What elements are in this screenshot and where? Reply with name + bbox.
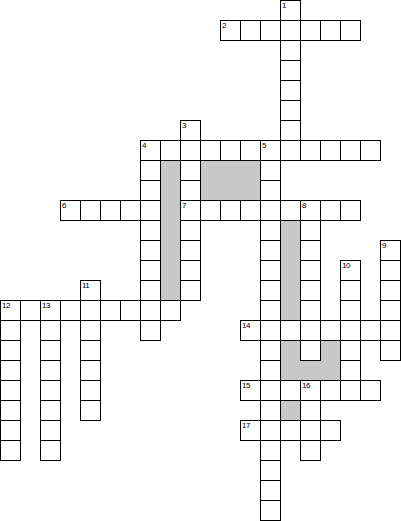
cell-r18c0[interactable] xyxy=(0,360,21,381)
cell-r6c9[interactable]: 3 xyxy=(180,120,201,141)
cell-r20c0[interactable] xyxy=(0,400,21,421)
clue-number-16: 16 xyxy=(302,381,310,390)
cell-r12c9[interactable] xyxy=(180,240,201,261)
cell-r20c13[interactable] xyxy=(260,400,281,421)
cell-r19c2[interactable] xyxy=(40,380,61,401)
cell-r12c13[interactable] xyxy=(260,240,281,261)
cell-r15c3[interactable] xyxy=(60,300,81,321)
cell-r1c17[interactable] xyxy=(340,20,361,41)
cell-r1c15[interactable] xyxy=(300,20,321,41)
cell-r1c16[interactable] xyxy=(320,20,341,41)
blocked-cell-r15c14 xyxy=(280,300,301,321)
cell-r9c7[interactable] xyxy=(140,180,161,201)
cell-r23c13[interactable] xyxy=(260,460,281,481)
cell-r24c13[interactable] xyxy=(260,480,281,501)
cell-r21c12[interactable]: 17 xyxy=(240,420,261,441)
cell-r13c13[interactable] xyxy=(260,260,281,281)
cell-r1c11[interactable]: 2 xyxy=(220,20,241,41)
cell-r10c3[interactable]: 6 xyxy=(60,200,81,221)
clue-number-2: 2 xyxy=(222,21,226,30)
cell-r13c17[interactable]: 10 xyxy=(340,260,361,281)
clue-number-3: 3 xyxy=(182,121,186,130)
cell-r15c7[interactable] xyxy=(140,300,161,321)
cell-r7c7[interactable]: 4 xyxy=(140,140,161,161)
cell-r20c2[interactable] xyxy=(40,400,61,421)
cell-r15c0[interactable]: 12 xyxy=(0,300,21,321)
clue-number-4: 4 xyxy=(142,141,146,150)
cell-r13c9[interactable] xyxy=(180,260,201,281)
blocked-cell-r17c16 xyxy=(320,340,341,361)
cell-r16c7[interactable] xyxy=(140,320,161,341)
blocked-cell-r10c8 xyxy=(160,200,181,221)
cell-r17c19[interactable] xyxy=(380,340,401,361)
blocked-cell-r11c8 xyxy=(160,220,181,241)
cell-r19c4[interactable] xyxy=(80,380,101,401)
cell-r22c0[interactable] xyxy=(0,440,21,461)
blocked-cell-r12c14 xyxy=(280,240,301,261)
blocked-cell-r14c14 xyxy=(280,280,301,301)
cell-r10c7[interactable] xyxy=(140,200,161,221)
cell-r7c9[interactable] xyxy=(180,140,201,161)
cell-r16c16[interactable] xyxy=(320,320,341,341)
cell-r17c0[interactable] xyxy=(0,340,21,361)
cell-r13c7[interactable] xyxy=(140,260,161,281)
cell-r16c17[interactable] xyxy=(340,320,361,341)
cell-r12c7[interactable] xyxy=(140,240,161,261)
cell-r1c14[interactable] xyxy=(280,20,301,41)
cell-r11c9[interactable] xyxy=(180,220,201,241)
cell-r7c10[interactable] xyxy=(200,140,221,161)
cell-r12c15[interactable] xyxy=(300,240,321,261)
cell-r17c4[interactable] xyxy=(80,340,101,361)
cell-r10c14[interactable] xyxy=(280,200,301,221)
cell-r15c15[interactable] xyxy=(300,300,321,321)
cell-r10c5[interactable] xyxy=(100,200,121,221)
cell-r15c4[interactable] xyxy=(80,300,101,321)
cell-r15c5[interactable] xyxy=(100,300,121,321)
cell-r19c18[interactable] xyxy=(360,380,381,401)
blocked-cell-r13c8 xyxy=(160,260,181,281)
blocked-cell-r11c14 xyxy=(280,220,301,241)
cell-r9c9[interactable] xyxy=(180,180,201,201)
cell-r16c19[interactable] xyxy=(380,320,401,341)
clue-number-5: 5 xyxy=(262,141,266,150)
cell-r7c17[interactable] xyxy=(340,140,361,161)
blocked-cell-r9c8 xyxy=(160,180,181,201)
clue-number-6: 6 xyxy=(62,201,66,210)
cell-r15c1[interactable] xyxy=(20,300,41,321)
clue-number-17: 17 xyxy=(242,421,250,430)
cell-r21c0[interactable] xyxy=(0,420,21,441)
blocked-cell-r12c8 xyxy=(160,240,181,261)
cell-r19c0[interactable] xyxy=(0,380,21,401)
cell-r19c17[interactable] xyxy=(340,380,361,401)
cell-r10c16[interactable] xyxy=(320,200,341,221)
cell-r21c14[interactable] xyxy=(280,420,301,441)
cell-r14c19[interactable] xyxy=(380,280,401,301)
clue-number-9: 9 xyxy=(382,241,386,250)
cell-r16c0[interactable] xyxy=(0,320,21,341)
cell-r12c19[interactable]: 9 xyxy=(380,240,401,261)
blocked-cell-r9c10 xyxy=(200,180,221,201)
cell-r22c2[interactable] xyxy=(40,440,61,461)
cell-r8c13[interactable] xyxy=(260,160,281,181)
cell-r1c12[interactable] xyxy=(240,20,261,41)
cell-r9c13[interactable] xyxy=(260,180,281,201)
cell-r7c8[interactable] xyxy=(160,140,181,161)
clue-number-8: 8 xyxy=(302,201,306,210)
cell-r20c15[interactable] xyxy=(300,400,321,421)
cell-r10c17[interactable] xyxy=(340,200,361,221)
blocked-cell-r8c11 xyxy=(220,160,241,181)
cell-r17c17[interactable] xyxy=(340,340,361,361)
cell-r15c13[interactable] xyxy=(260,300,281,321)
cell-r15c2[interactable]: 13 xyxy=(40,300,61,321)
cell-r15c19[interactable] xyxy=(380,300,401,321)
cell-r1c13[interactable] xyxy=(260,20,281,41)
cell-r10c15[interactable]: 8 xyxy=(300,200,321,221)
cell-r16c12[interactable]: 14 xyxy=(240,320,261,341)
cell-r20c4[interactable] xyxy=(80,400,101,421)
blocked-cell-r9c11 xyxy=(220,180,241,201)
blocked-cell-r18c14 xyxy=(280,360,301,381)
cell-r7c13[interactable]: 5 xyxy=(260,140,281,161)
clue-number-11: 11 xyxy=(82,281,89,290)
cell-r7c18[interactable] xyxy=(360,140,381,161)
blocked-cell-r13c14 xyxy=(280,260,301,281)
blocked-cell-r8c10 xyxy=(200,160,221,181)
cell-r16c18[interactable] xyxy=(360,320,381,341)
cell-r13c15[interactable] xyxy=(300,260,321,281)
cell-r14c9[interactable] xyxy=(180,280,201,301)
blocked-cell-r9c12 xyxy=(240,180,261,201)
cell-r10c4[interactable] xyxy=(80,200,101,221)
cell-r21c16[interactable] xyxy=(320,420,341,441)
cell-r8c9[interactable] xyxy=(180,160,201,181)
clue-number-1: 1 xyxy=(282,1,286,10)
cell-r8c7[interactable] xyxy=(140,160,161,181)
cell-r7c12[interactable] xyxy=(240,140,261,161)
blocked-cell-r18c15 xyxy=(300,360,321,381)
cell-r0c14[interactable]: 1 xyxy=(280,0,301,21)
cell-r13c19[interactable] xyxy=(380,260,401,281)
cell-r25c13[interactable] xyxy=(260,500,281,521)
cell-r15c8[interactable] xyxy=(160,300,181,321)
cell-r10c6[interactable] xyxy=(120,200,141,221)
clue-number-13: 13 xyxy=(42,301,50,310)
blocked-cell-r20c14 xyxy=(280,400,301,421)
cell-r4c14[interactable] xyxy=(280,80,301,101)
cell-r11c13[interactable] xyxy=(260,220,281,241)
cell-r17c13[interactable] xyxy=(260,340,281,361)
cell-r16c14[interactable] xyxy=(280,320,301,341)
cell-r14c7[interactable] xyxy=(140,280,161,301)
cell-r19c15[interactable]: 16 xyxy=(300,380,321,401)
cell-r7c15[interactable] xyxy=(300,140,321,161)
clue-number-15: 15 xyxy=(242,381,250,390)
cell-r22c15[interactable] xyxy=(300,440,321,461)
cell-r2c14[interactable] xyxy=(280,40,301,61)
cell-r19c12[interactable]: 15 xyxy=(240,380,261,401)
cell-r19c13[interactable] xyxy=(260,380,281,401)
cell-r19c14[interactable] xyxy=(280,380,301,401)
cell-r17c2[interactable] xyxy=(40,340,61,361)
cell-r17c15[interactable] xyxy=(300,340,321,361)
cell-r16c13[interactable] xyxy=(260,320,281,341)
cell-r21c15[interactable] xyxy=(300,420,321,441)
cell-r5c14[interactable] xyxy=(280,100,301,121)
cell-r18c13[interactable] xyxy=(260,360,281,381)
cell-r14c15[interactable] xyxy=(300,280,321,301)
cell-r16c15[interactable] xyxy=(300,320,321,341)
cell-r18c17[interactable] xyxy=(340,360,361,381)
cell-r14c17[interactable] xyxy=(340,280,361,301)
clue-number-10: 10 xyxy=(342,261,350,270)
cell-r11c7[interactable] xyxy=(140,220,161,241)
cell-r18c2[interactable] xyxy=(40,360,61,381)
cell-r15c6[interactable] xyxy=(120,300,141,321)
cell-r14c13[interactable] xyxy=(260,280,281,301)
cell-r6c14[interactable] xyxy=(280,120,301,141)
cell-r10c9[interactable]: 7 xyxy=(180,200,201,221)
cell-r15c17[interactable] xyxy=(340,300,361,321)
cell-r19c16[interactable] xyxy=(320,380,341,401)
cell-r10c12[interactable] xyxy=(240,200,261,221)
clue-number-7: 7 xyxy=(182,201,186,210)
cell-r10c11[interactable] xyxy=(220,200,241,221)
cell-r21c2[interactable] xyxy=(40,420,61,441)
clue-number-14: 14 xyxy=(242,321,250,330)
cell-r14c4[interactable]: 11 xyxy=(80,280,101,301)
blocked-cell-r8c8 xyxy=(160,160,181,181)
cell-r16c4[interactable] xyxy=(80,320,101,341)
cell-r18c4[interactable] xyxy=(80,360,101,381)
crossword-grid: 1234567891011121314151617 xyxy=(0,0,401,521)
cell-r7c16[interactable] xyxy=(320,140,341,161)
cell-r16c2[interactable] xyxy=(40,320,61,341)
cell-r21c13[interactable] xyxy=(260,420,281,441)
cell-r11c15[interactable] xyxy=(300,220,321,241)
cell-r7c11[interactable] xyxy=(220,140,241,161)
cell-r10c13[interactable] xyxy=(260,200,281,221)
blocked-cell-r17c14 xyxy=(280,340,301,361)
cell-r3c14[interactable] xyxy=(280,60,301,81)
cell-r22c13[interactable] xyxy=(260,440,281,461)
cell-r10c10[interactable] xyxy=(200,200,221,221)
clue-number-12: 12 xyxy=(2,301,10,310)
blocked-cell-r8c12 xyxy=(240,160,261,181)
cell-r7c14[interactable] xyxy=(280,140,301,161)
blocked-cell-r14c8 xyxy=(160,280,181,301)
blocked-cell-r18c16 xyxy=(320,360,341,381)
